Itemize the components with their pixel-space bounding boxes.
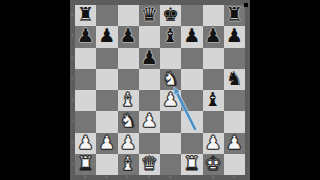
square-d8[interactable]: ♛	[139, 5, 160, 26]
piece-black-pawn[interactable]: ♟	[141, 48, 158, 67]
square-e3[interactable]	[160, 111, 181, 132]
square-d1[interactable]: ♛	[139, 154, 160, 175]
file-label: e	[169, 175, 171, 179]
piece-white-pawn[interactable]: ♟	[98, 133, 115, 152]
square-b8[interactable]	[96, 5, 117, 26]
square-e5[interactable]: ♞	[160, 69, 181, 90]
square-e2[interactable]	[160, 133, 181, 154]
file-label: h	[233, 175, 236, 179]
piece-black-rook[interactable]: ♜	[226, 5, 243, 24]
square-a1[interactable]: ♜	[75, 154, 96, 175]
piece-white-knight[interactable]: ♞	[120, 111, 137, 130]
square-f7[interactable]: ♟	[181, 26, 202, 47]
square-b2[interactable]: ♟	[96, 133, 117, 154]
corner-dot	[244, 3, 248, 7]
square-a8[interactable]: ♜	[75, 5, 96, 26]
square-e8[interactable]: ♚	[160, 5, 181, 26]
square-f6[interactable]	[181, 48, 202, 69]
square-h3[interactable]	[224, 111, 245, 132]
square-g1[interactable]: ♚	[203, 154, 224, 175]
square-f5[interactable]	[181, 69, 202, 90]
piece-white-pawn[interactable]: ♟	[162, 90, 179, 109]
piece-black-pawn[interactable]: ♟	[205, 26, 222, 45]
square-g7[interactable]: ♟	[203, 26, 224, 47]
square-d4[interactable]	[139, 90, 160, 111]
piece-white-pawn[interactable]: ♟	[120, 133, 137, 152]
rank-label: 5	[71, 77, 74, 81]
square-d3[interactable]: ♟	[139, 111, 160, 132]
square-d2[interactable]	[139, 133, 160, 154]
piece-black-knight[interactable]: ♞	[226, 69, 243, 88]
square-c8[interactable]	[118, 5, 139, 26]
file-label: f	[190, 175, 191, 179]
square-f1[interactable]: ♜	[181, 154, 202, 175]
square-a7[interactable]: ♟	[75, 26, 96, 47]
square-g8[interactable]	[203, 5, 224, 26]
rank-label: 2	[71, 141, 74, 145]
file-label: d	[148, 175, 151, 179]
square-b6[interactable]	[96, 48, 117, 69]
square-b1[interactable]	[96, 154, 117, 175]
square-f4[interactable]	[181, 90, 202, 111]
rank-label: 7	[71, 34, 74, 38]
square-g4[interactable]: ♝	[203, 90, 224, 111]
board-grid: ♜♛♚♜♟♟♟♝♟♟♟♟♞♞♝♟♝♞♟♟♟♟♟♟♜♝♛♜♚	[75, 5, 245, 175]
square-c2[interactable]: ♟	[118, 133, 139, 154]
rank-label: 4	[71, 98, 74, 102]
piece-white-bishop[interactable]: ♝	[120, 90, 137, 109]
rank-label: 6	[71, 56, 74, 60]
square-h7[interactable]: ♟	[224, 26, 245, 47]
piece-white-pawn[interactable]: ♟	[226, 133, 243, 152]
piece-black-king[interactable]: ♚	[162, 5, 179, 24]
square-h8[interactable]: ♜	[224, 5, 245, 26]
square-a3[interactable]	[75, 111, 96, 132]
piece-black-bishop[interactable]: ♝	[205, 90, 222, 109]
square-d6[interactable]: ♟	[139, 48, 160, 69]
square-f8[interactable]	[181, 5, 202, 26]
square-e6[interactable]	[160, 48, 181, 69]
piece-white-pawn[interactable]: ♟	[205, 133, 222, 152]
square-a5[interactable]	[75, 69, 96, 90]
piece-black-pawn[interactable]: ♟	[98, 26, 115, 45]
square-f3[interactable]	[181, 111, 202, 132]
file-label: g	[212, 175, 215, 179]
piece-white-queen[interactable]: ♛	[141, 154, 158, 173]
square-h5[interactable]: ♞	[224, 69, 245, 90]
square-b4[interactable]	[96, 90, 117, 111]
square-a6[interactable]	[75, 48, 96, 69]
square-c3[interactable]: ♞	[118, 111, 139, 132]
piece-black-pawn[interactable]: ♟	[183, 26, 200, 45]
square-c5[interactable]	[118, 69, 139, 90]
square-e4[interactable]: ♟	[160, 90, 181, 111]
piece-black-rook[interactable]: ♜	[77, 5, 94, 24]
square-e1[interactable]	[160, 154, 181, 175]
piece-black-bishop[interactable]: ♝	[162, 26, 179, 45]
square-g6[interactable]	[203, 48, 224, 69]
square-g2[interactable]: ♟	[203, 133, 224, 154]
piece-black-pawn[interactable]: ♟	[120, 26, 137, 45]
piece-white-rook[interactable]: ♜	[183, 154, 200, 173]
square-h4[interactable]	[224, 90, 245, 111]
rank-label: 1	[71, 162, 74, 166]
square-a2[interactable]: ♟	[75, 133, 96, 154]
square-h6[interactable]	[224, 48, 245, 69]
square-h2[interactable]: ♟	[224, 133, 245, 154]
piece-white-bishop[interactable]: ♝	[120, 154, 137, 173]
piece-black-pawn[interactable]: ♟	[77, 26, 94, 45]
video-frame: ♜♛♚♜♟♟♟♝♟♟♟♟♞♞♝♟♝♞♟♟♟♟♟♟♜♝♛♜♚ 87654321ab…	[0, 0, 320, 180]
rank-label: 8	[71, 13, 74, 17]
square-h1[interactable]	[224, 154, 245, 175]
square-g3[interactable]	[203, 111, 224, 132]
piece-white-king[interactable]: ♚	[205, 154, 222, 173]
piece-white-knight[interactable]: ♞	[162, 69, 179, 88]
square-c7[interactable]: ♟	[118, 26, 139, 47]
square-g5[interactable]	[203, 69, 224, 90]
square-b3[interactable]	[96, 111, 117, 132]
piece-white-pawn[interactable]: ♟	[141, 111, 158, 130]
square-c4[interactable]: ♝	[118, 90, 139, 111]
file-label: a	[84, 175, 86, 179]
rank-label: 3	[71, 119, 74, 123]
square-d5[interactable]	[139, 69, 160, 90]
piece-black-pawn[interactable]: ♟	[226, 26, 243, 45]
file-label: b	[105, 175, 108, 179]
piece-black-queen[interactable]: ♛	[141, 5, 158, 24]
square-f2[interactable]	[181, 133, 202, 154]
piece-white-rook[interactable]: ♜	[77, 154, 94, 173]
square-a4[interactable]	[75, 90, 96, 111]
piece-white-pawn[interactable]: ♟	[77, 133, 94, 152]
square-d7[interactable]	[139, 26, 160, 47]
square-b7[interactable]: ♟	[96, 26, 117, 47]
square-e7[interactable]: ♝	[160, 26, 181, 47]
chess-board: ♜♛♚♜♟♟♟♝♟♟♟♟♞♞♝♟♝♞♟♟♟♟♟♟♜♝♛♜♚ 87654321ab…	[70, 0, 250, 180]
square-c1[interactable]: ♝	[118, 154, 139, 175]
square-c6[interactable]	[118, 48, 139, 69]
square-b5[interactable]	[96, 69, 117, 90]
file-label: c	[127, 175, 129, 179]
